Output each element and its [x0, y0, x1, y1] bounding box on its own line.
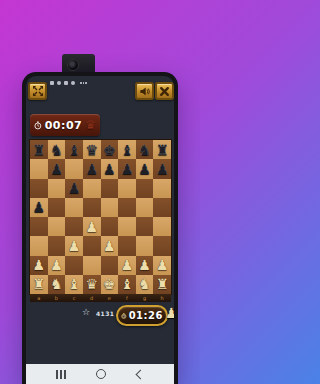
- square-a5[interactable]: ♟: [30, 198, 48, 217]
- chess-board: ♜♞♝♛♚♝♞♜♟♟♟♟♟♟♟♟♟♟♟♟♟♟♟♟♜♞♝♛♚♝♞♜ abcdefg…: [30, 140, 171, 302]
- file-label-d: d: [83, 294, 101, 302]
- black-king: ♚: [101, 140, 119, 159]
- square-g3[interactable]: [136, 236, 154, 255]
- white-bishop: ♝: [118, 275, 136, 294]
- square-f4[interactable]: [118, 217, 136, 236]
- square-h5[interactable]: [153, 198, 171, 217]
- black-queen: ♛: [83, 140, 101, 159]
- black-knight: ♞: [136, 140, 154, 159]
- square-b4[interactable]: [48, 217, 66, 236]
- square-a6[interactable]: [30, 179, 48, 198]
- square-b6[interactable]: [48, 179, 66, 198]
- square-a8[interactable]: ♜: [30, 140, 48, 159]
- white-pawn: ♟: [118, 256, 136, 275]
- square-d4[interactable]: ♟: [83, 217, 101, 236]
- square-c7[interactable]: [65, 159, 83, 178]
- fullscreen-icon: [32, 85, 44, 97]
- black-pawn: ♟: [83, 159, 101, 178]
- white-pawn-icon: ♟: [165, 306, 174, 320]
- white-king: ♚: [101, 275, 119, 294]
- white-pawn: ♟: [153, 256, 171, 275]
- sound-button[interactable]: [135, 82, 154, 100]
- square-a4[interactable]: [30, 217, 48, 236]
- recents-button[interactable]: [56, 370, 66, 379]
- square-f1[interactable]: ♝: [118, 275, 136, 294]
- square-e8[interactable]: ♚: [101, 140, 119, 159]
- square-g1[interactable]: ♞: [136, 275, 154, 294]
- black-pawn: ♟: [153, 159, 171, 178]
- square-c6[interactable]: ♟: [65, 179, 83, 198]
- black-pawn: ♟: [30, 198, 48, 217]
- white-knight: ♞: [48, 275, 66, 294]
- white-pawn: ♟: [30, 256, 48, 275]
- square-d6[interactable]: [83, 179, 101, 198]
- home-button[interactable]: [96, 369, 106, 379]
- square-f6[interactable]: [118, 179, 136, 198]
- square-b2[interactable]: ♟: [48, 256, 66, 275]
- notification-icon: [71, 81, 75, 85]
- black-pawn: ♟: [101, 159, 119, 178]
- square-f3[interactable]: [118, 236, 136, 255]
- file-label-f: f: [118, 294, 136, 302]
- square-e3[interactable]: ♟: [101, 236, 119, 255]
- notification-icon: [57, 81, 61, 85]
- square-g8[interactable]: ♞: [136, 140, 154, 159]
- square-e6[interactable]: [101, 179, 119, 198]
- file-label-g: g: [136, 294, 154, 302]
- square-f8[interactable]: ♝: [118, 140, 136, 159]
- square-h2[interactable]: ♟: [153, 256, 171, 275]
- file-coordinates: abcdefgh: [30, 294, 171, 302]
- white-pawn: ♟: [136, 256, 154, 275]
- back-button[interactable]: [136, 369, 146, 379]
- star-icon[interactable]: ☆: [82, 308, 90, 317]
- square-b3[interactable]: [48, 236, 66, 255]
- white-pawn: ♟: [83, 217, 101, 236]
- square-e7[interactable]: ♟: [101, 159, 119, 178]
- android-nav-bar: [26, 364, 174, 384]
- square-c5[interactable]: [65, 198, 83, 217]
- square-h8[interactable]: ♜: [153, 140, 171, 159]
- white-pawn: ♟: [101, 236, 119, 255]
- square-a1[interactable]: ♜: [30, 275, 48, 294]
- board-grid: ♜♞♝♛♚♝♞♜♟♟♟♟♟♟♟♟♟♟♟♟♟♟♟♟♜♞♝♛♚♝♞♜: [30, 140, 171, 294]
- phone-frame: 00:07 ♛ ♜♞♝♛♚♝♞♜♟♟♟♟♟♟♟♟♟♟♟♟♟♟♟♟♜♞♝♛♚♝♞♜…: [22, 72, 178, 384]
- square-g2[interactable]: ♟: [136, 256, 154, 275]
- white-bishop: ♝: [65, 275, 83, 294]
- square-b7[interactable]: ♟: [48, 159, 66, 178]
- black-pawn: ♟: [65, 179, 83, 198]
- square-g6[interactable]: [136, 179, 154, 198]
- close-icon: [159, 86, 170, 97]
- speaker-icon: [139, 86, 150, 97]
- square-c3[interactable]: ♟: [65, 236, 83, 255]
- notification-icon: [50, 81, 54, 85]
- square-h4[interactable]: [153, 217, 171, 236]
- player-clock: 01:26: [116, 305, 168, 326]
- square-e1[interactable]: ♚: [101, 275, 119, 294]
- opponent-time: 00:07: [45, 119, 83, 132]
- black-knight: ♞: [48, 140, 66, 159]
- square-a2[interactable]: ♟: [30, 256, 48, 275]
- app-screen: 00:07 ♛ ♜♞♝♛♚♝♞♜♟♟♟♟♟♟♟♟♟♟♟♟♟♟♟♟♜♞♝♛♚♝♞♜…: [26, 76, 174, 384]
- white-queen: ♛: [83, 275, 101, 294]
- file-label-e: e: [101, 294, 119, 302]
- square-f5[interactable]: [118, 198, 136, 217]
- square-g7[interactable]: ♟: [136, 159, 154, 178]
- square-d2[interactable]: [83, 256, 101, 275]
- square-e2[interactable]: [101, 256, 119, 275]
- white-knight: ♞: [136, 275, 154, 294]
- page-background: { "status_bar": { "icons": ["notificatio…: [0, 0, 200, 384]
- square-c2[interactable]: [65, 256, 83, 275]
- square-g5[interactable]: [136, 198, 154, 217]
- square-b8[interactable]: ♞: [48, 140, 66, 159]
- camera-lens-icon: [67, 59, 79, 71]
- square-d3[interactable]: [83, 236, 101, 255]
- black-rook: ♜: [153, 140, 171, 159]
- black-pawn: ♟: [136, 159, 154, 178]
- bottom-bar: ☆ 4131 01:26 ♟: [26, 303, 174, 329]
- close-button[interactable]: [155, 82, 174, 100]
- file-label-c: c: [65, 294, 83, 302]
- notification-icon: [64, 81, 68, 85]
- square-f7[interactable]: ♟: [118, 159, 136, 178]
- square-d8[interactable]: ♛: [83, 140, 101, 159]
- square-c4[interactable]: [65, 217, 83, 236]
- file-label-b: b: [48, 294, 66, 302]
- ellipsis-icon: [80, 82, 87, 84]
- stopwatch-icon: [121, 309, 127, 323]
- black-queen-icon: ♛: [85, 119, 96, 131]
- black-bishop: ♝: [65, 140, 83, 159]
- black-pawn: ♟: [48, 159, 66, 178]
- square-e4[interactable]: [101, 217, 119, 236]
- square-d7[interactable]: ♟: [83, 159, 101, 178]
- fullscreen-button[interactable]: [28, 82, 47, 100]
- square-d1[interactable]: ♛: [83, 275, 101, 294]
- white-rook: ♜: [153, 275, 171, 294]
- white-pawn: ♟: [48, 256, 66, 275]
- white-pawn: ♟: [65, 236, 83, 255]
- player-time: 01:26: [129, 310, 163, 321]
- square-h3[interactable]: [153, 236, 171, 255]
- black-rook: ♜: [30, 140, 48, 159]
- score-value: 4131: [96, 310, 114, 317]
- black-bishop: ♝: [118, 140, 136, 159]
- square-a7[interactable]: [30, 159, 48, 178]
- square-h1[interactable]: ♜: [153, 275, 171, 294]
- stopwatch-icon: [34, 119, 42, 132]
- file-label-h: h: [153, 294, 171, 302]
- square-c1[interactable]: ♝: [65, 275, 83, 294]
- square-f2[interactable]: ♟: [118, 256, 136, 275]
- square-h6[interactable]: [153, 179, 171, 198]
- square-h7[interactable]: ♟: [153, 159, 171, 178]
- square-b5[interactable]: [48, 198, 66, 217]
- square-b1[interactable]: ♞: [48, 275, 66, 294]
- square-g4[interactable]: [136, 217, 154, 236]
- square-e5[interactable]: [101, 198, 119, 217]
- square-d5[interactable]: [83, 198, 101, 217]
- square-c8[interactable]: ♝: [65, 140, 83, 159]
- white-rook: ♜: [30, 275, 48, 294]
- status-bar: [50, 80, 87, 86]
- square-a3[interactable]: [30, 236, 48, 255]
- black-pawn: ♟: [118, 159, 136, 178]
- opponent-clock: 00:07 ♛: [30, 114, 100, 136]
- file-label-a: a: [30, 294, 48, 302]
